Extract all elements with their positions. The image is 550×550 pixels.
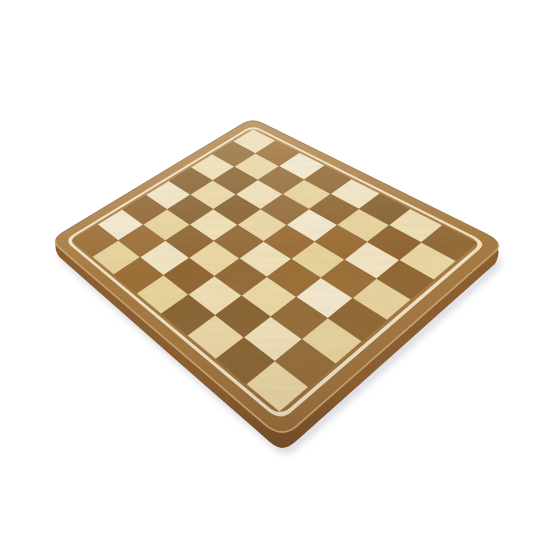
chess-board	[0, 0, 550, 550]
photo-canvas	[0, 0, 550, 550]
lighting-sheen	[55, 121, 498, 432]
